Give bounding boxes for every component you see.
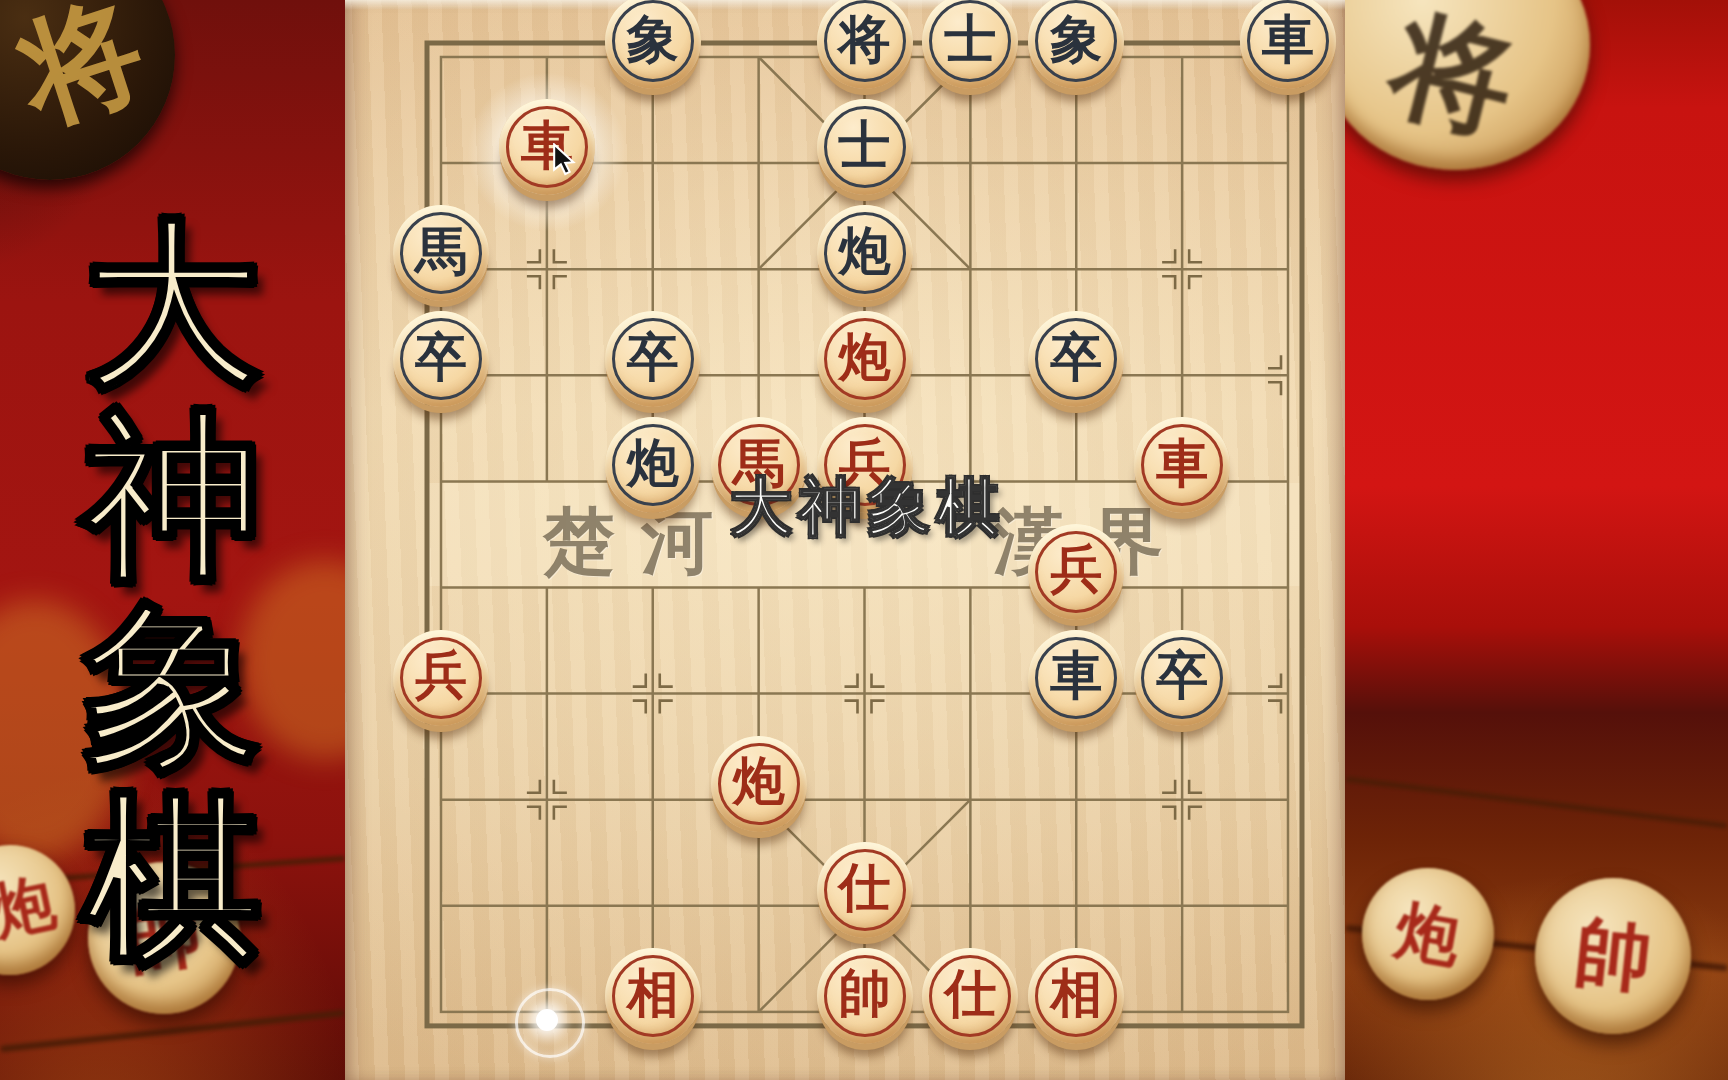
piece-disc: 炮 <box>817 311 913 407</box>
piece-disc: 車 <box>1134 417 1230 513</box>
piece-character: 卒 <box>627 323 679 393</box>
piece-black-象-f3r0[interactable]: 象 <box>605 0 701 89</box>
app-watermark: 大神象棋 <box>730 465 1006 549</box>
banner-char: 神 <box>84 402 262 593</box>
photo-piece-top-left: 将 <box>0 0 175 180</box>
piece-disc: 車 <box>1240 0 1336 89</box>
photo-piece-top-right: 将 <box>1345 0 1590 170</box>
piece-character: 馬 <box>415 217 467 287</box>
piece-disc: 帥 <box>817 948 913 1044</box>
piece-red-相-f3r9[interactable]: 相 <box>605 948 701 1044</box>
left-banner-title: 大 神 象 棋 <box>0 211 345 975</box>
piece-disc: 卒 <box>605 311 701 407</box>
piece-disc: 象 <box>1028 0 1124 89</box>
piece-disc: 卒 <box>393 311 489 407</box>
piece-character: 兵 <box>415 641 467 711</box>
piece-disc: 馬 <box>393 205 489 301</box>
piece-character: 将 <box>839 5 891 75</box>
piece-red-帥-f5r9[interactable]: 帥 <box>817 948 913 1044</box>
piece-black-象-f7r0[interactable]: 象 <box>1028 0 1124 89</box>
piece-character: 仕 <box>839 853 891 923</box>
piece-disc: 仕 <box>817 842 913 938</box>
piece-character: 卒 <box>1050 323 1102 393</box>
piece-disc: 炮 <box>711 736 807 832</box>
piece-character: 仕 <box>944 959 996 1029</box>
piece-red-仕-f5r8[interactable]: 仕 <box>817 842 913 938</box>
piece-character: 車 <box>1262 5 1314 75</box>
piece-disc: 相 <box>605 948 701 1044</box>
piece-black-卒-f8r6[interactable]: 卒 <box>1134 630 1230 726</box>
banner-char: 象 <box>84 593 262 784</box>
piece-character: 帥 <box>839 959 891 1029</box>
piece-character: 卒 <box>1156 641 1208 711</box>
xiangqi-board[interactable]: 楚河 漢界 象将士象車車士馬炮卒卒炮卒炮馬兵車兵兵車卒炮仕相帥仕相 大神象棋 <box>345 0 1345 1080</box>
piece-character: 相 <box>1050 959 1102 1029</box>
piece-red-車-f8r4[interactable]: 車 <box>1134 417 1230 513</box>
piece-character: 炮 <box>627 429 679 499</box>
piece-character: 相 <box>627 959 679 1029</box>
photo-board-line <box>1 1010 345 1052</box>
piece-character: 炮 <box>733 747 785 817</box>
photo-board-line <box>1346 777 1727 829</box>
piece-disc: 兵 <box>393 630 489 726</box>
piece-red-炮-f5r3[interactable]: 炮 <box>817 311 913 407</box>
piece-character: 炮 <box>839 217 891 287</box>
piece-disc: 炮 <box>817 205 913 301</box>
piece-disc: 仕 <box>922 948 1018 1044</box>
piece-black-士-f5r1[interactable]: 士 <box>817 99 913 195</box>
piece-black-卒-f1r3[interactable]: 卒 <box>393 311 489 407</box>
piece-black-炮-f3r4[interactable]: 炮 <box>605 417 701 513</box>
piece-disc: 卒 <box>1028 311 1124 407</box>
piece-character: 士 <box>944 5 996 75</box>
photo-piece-cannon: 炮 <box>1362 868 1494 1000</box>
piece-black-卒-f3r3[interactable]: 卒 <box>605 311 701 407</box>
piece-disc: 士 <box>817 99 913 195</box>
piece-disc: 車 <box>1028 630 1124 726</box>
piece-disc: 相 <box>1028 948 1124 1044</box>
piece-disc: 士 <box>922 0 1018 89</box>
piece-disc: 卒 <box>1134 630 1230 726</box>
piece-red-相-f7r9[interactable]: 相 <box>1028 948 1124 1044</box>
photo-piece-char: 炮 <box>1389 886 1467 983</box>
piece-character: 象 <box>1050 5 1102 75</box>
piece-character: 象 <box>627 5 679 75</box>
photo-piece-general: 帥 <box>1535 878 1691 1034</box>
right-decor-panel: 将 炮 帥 象 棋 大 师 创 新 中 炮 对 屏 风 马 <box>1345 0 1728 1080</box>
piece-black-車-f7r6[interactable]: 車 <box>1028 630 1124 726</box>
piece-red-仕-f6r9[interactable]: 仕 <box>922 948 1018 1044</box>
photo-piece-char: 将 <box>1376 0 1532 169</box>
app-screen: 将 炮 帥 大 神 象 棋 楚河 漢界 象将士象車車士馬炮卒卒炮卒炮馬兵車兵兵車… <box>0 0 1728 1080</box>
banner-char: 棋 <box>84 784 262 975</box>
piece-character: 士 <box>839 111 891 181</box>
piece-character: 卒 <box>415 323 467 393</box>
banner-char: 大 <box>84 211 262 402</box>
mouse-cursor <box>551 143 581 177</box>
piece-disc: 象 <box>605 0 701 89</box>
photo-piece-char: 将 <box>0 0 164 160</box>
piece-disc: 将 <box>817 0 913 89</box>
photo-piece-char: 帥 <box>1570 901 1656 1011</box>
piece-black-将-f5r0[interactable]: 将 <box>817 0 913 89</box>
piece-red-兵-f7r5[interactable]: 兵 <box>1028 524 1124 620</box>
last-move-origin-dot <box>536 1009 558 1031</box>
piece-character: 車 <box>1050 641 1102 711</box>
piece-character: 炮 <box>839 323 891 393</box>
piece-disc: 炮 <box>605 417 701 513</box>
piece-black-車-f9r0[interactable]: 車 <box>1240 0 1336 89</box>
piece-red-兵-f1r6[interactable]: 兵 <box>393 630 489 726</box>
piece-black-卒-f7r3[interactable]: 卒 <box>1028 311 1124 407</box>
piece-black-士-f6r0[interactable]: 士 <box>922 0 1018 89</box>
piece-character: 兵 <box>1050 535 1102 605</box>
piece-black-馬-f1r2[interactable]: 馬 <box>393 205 489 301</box>
left-decor-panel: 将 炮 帥 大 神 象 棋 <box>0 0 345 1080</box>
piece-character: 車 <box>1156 429 1208 499</box>
piece-red-炮-f4r7[interactable]: 炮 <box>711 736 807 832</box>
piece-disc: 兵 <box>1028 524 1124 620</box>
piece-black-炮-f5r2[interactable]: 炮 <box>817 205 913 301</box>
